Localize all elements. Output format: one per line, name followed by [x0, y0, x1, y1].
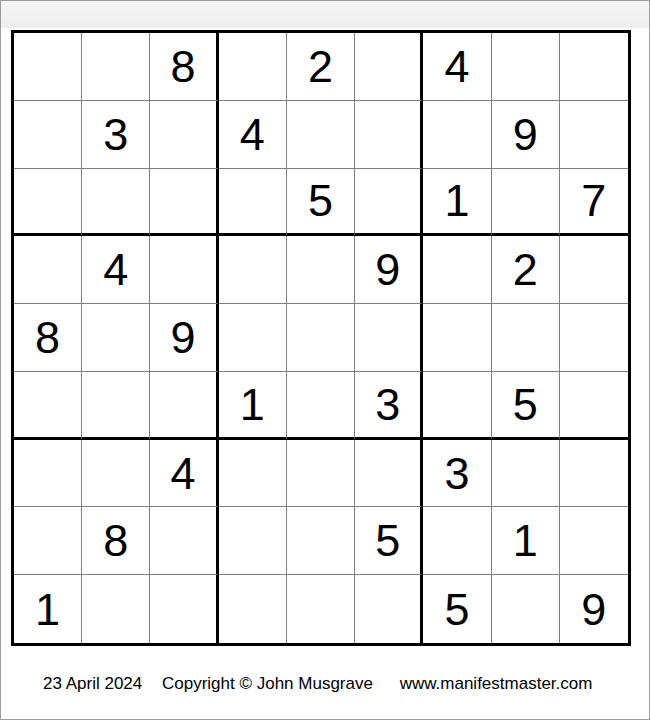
cell-r3c5: 5: [287, 169, 355, 237]
cell-r8c6: 5: [355, 507, 423, 575]
cell-r2c1: [14, 101, 82, 169]
cell-r6c2: [82, 372, 150, 440]
cell-r6c9: [560, 372, 628, 440]
cell-r7c7: 3: [423, 440, 491, 508]
cell-r4c3: [150, 236, 218, 304]
cell-r7c5: [287, 440, 355, 508]
cell-r8c4: [219, 507, 287, 575]
cell-r5c4: [219, 304, 287, 372]
cell-r4c5: [287, 236, 355, 304]
cell-r4c2: 4: [82, 236, 150, 304]
cell-r7c1: [14, 440, 82, 508]
cell-r7c4: [219, 440, 287, 508]
cell-r6c5: [287, 372, 355, 440]
cell-r8c1: [14, 507, 82, 575]
cell-r8c5: [287, 507, 355, 575]
cell-r1c9: [560, 33, 628, 101]
cell-r7c8: [492, 440, 560, 508]
cell-r4c7: [423, 236, 491, 304]
cell-r1c2: [82, 33, 150, 101]
cell-r5c6: [355, 304, 423, 372]
titlebar: [1, 1, 649, 28]
cell-r5c1: 8: [14, 304, 82, 372]
cell-r1c7: 4: [423, 33, 491, 101]
cell-r7c3: 4: [150, 440, 218, 508]
cell-r1c4: [219, 33, 287, 101]
cell-r2c3: [150, 101, 218, 169]
cell-r4c4: [219, 236, 287, 304]
cell-r1c6: [355, 33, 423, 101]
cell-r9c6: [355, 575, 423, 643]
cell-r5c9: [560, 304, 628, 372]
cell-r1c8: [492, 33, 560, 101]
cell-r8c3: [150, 507, 218, 575]
cell-r8c2: 8: [82, 507, 150, 575]
cell-r9c9: 9: [560, 575, 628, 643]
cell-r9c7: 5: [423, 575, 491, 643]
cell-r6c3: [150, 372, 218, 440]
cell-r3c4: [219, 169, 287, 237]
cell-r6c8: 5: [492, 372, 560, 440]
cell-r2c4: 4: [219, 101, 287, 169]
cell-r5c7: [423, 304, 491, 372]
cell-r3c2: [82, 169, 150, 237]
cell-r6c1: [14, 372, 82, 440]
cell-r9c3: [150, 575, 218, 643]
cell-r2c9: [560, 101, 628, 169]
cell-r2c6: [355, 101, 423, 169]
cell-r3c3: [150, 169, 218, 237]
cell-r6c6: 3: [355, 372, 423, 440]
cell-r3c6: [355, 169, 423, 237]
footer: 23 April 2024 Copyright © John Musgrave …: [43, 674, 592, 694]
cell-r1c1: [14, 33, 82, 101]
cell-r7c9: [560, 440, 628, 508]
cell-r4c6: 9: [355, 236, 423, 304]
cell-r3c1: [14, 169, 82, 237]
footer-website: www.manifestmaster.com: [400, 674, 593, 693]
cell-r4c9: [560, 236, 628, 304]
cell-r4c8: 2: [492, 236, 560, 304]
cell-r2c5: [287, 101, 355, 169]
cell-r8c7: [423, 507, 491, 575]
cell-r2c2: 3: [82, 101, 150, 169]
cell-r2c8: 9: [492, 101, 560, 169]
cell-r7c2: [82, 440, 150, 508]
cell-r4c1: [14, 236, 82, 304]
cell-r1c5: 2: [287, 33, 355, 101]
cell-r9c5: [287, 575, 355, 643]
cell-r2c7: [423, 101, 491, 169]
footer-copyright: Copyright © John Musgrave: [162, 674, 373, 693]
cell-r6c7: [423, 372, 491, 440]
cell-r5c5: [287, 304, 355, 372]
cell-r9c2: [82, 575, 150, 643]
cell-r3c9: 7: [560, 169, 628, 237]
sudoku-board: 8243495174928913543851159: [11, 30, 631, 646]
cell-r6c4: 1: [219, 372, 287, 440]
cell-r9c1: 1: [14, 575, 82, 643]
cell-r5c8: [492, 304, 560, 372]
cell-r3c8: [492, 169, 560, 237]
cell-r8c8: 1: [492, 507, 560, 575]
cell-r9c8: [492, 575, 560, 643]
cell-r1c3: 8: [150, 33, 218, 101]
footer-date: 23 April 2024: [43, 674, 142, 693]
cell-r7c6: [355, 440, 423, 508]
cell-r5c3: 9: [150, 304, 218, 372]
cell-r5c2: [82, 304, 150, 372]
cell-r3c7: 1: [423, 169, 491, 237]
cell-r9c4: [219, 575, 287, 643]
cell-r8c9: [560, 507, 628, 575]
